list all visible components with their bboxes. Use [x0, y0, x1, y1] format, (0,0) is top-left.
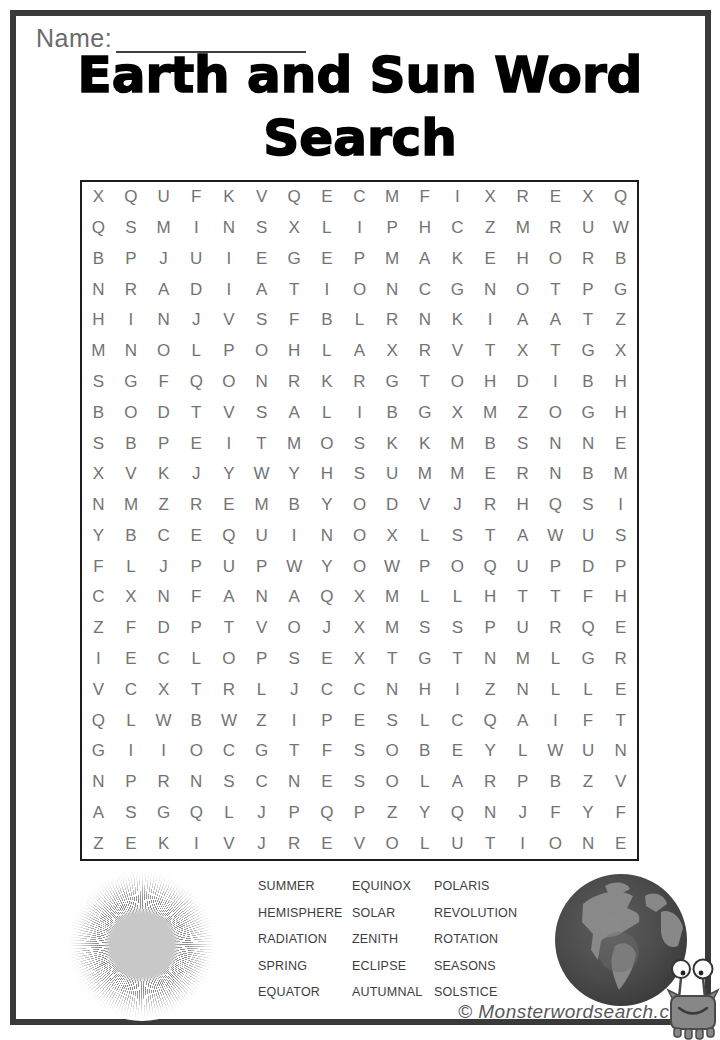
grid-cell[interactable]: E	[115, 828, 148, 859]
grid-cell[interactable]: U	[572, 213, 605, 244]
grid-cell[interactable]: Q	[474, 551, 507, 582]
grid-cell[interactable]: S	[604, 521, 637, 552]
grid-cell[interactable]: I	[539, 705, 572, 736]
grid-cell[interactable]: L	[343, 305, 376, 336]
grid-cell[interactable]: I	[311, 274, 344, 305]
grid-cell[interactable]: N	[82, 767, 115, 798]
grid-cell[interactable]: P	[115, 244, 148, 275]
grid-cell[interactable]: N	[474, 274, 507, 305]
grid-cell[interactable]: C	[311, 674, 344, 705]
grid-cell[interactable]: E	[115, 644, 148, 675]
grid-cell[interactable]: I	[213, 428, 246, 459]
grid-cell[interactable]: J	[245, 797, 278, 828]
grid-cell[interactable]: O	[147, 336, 180, 367]
grid-cell[interactable]: I	[441, 674, 474, 705]
grid-cell[interactable]: M	[278, 428, 311, 459]
grid-cell[interactable]: S	[82, 428, 115, 459]
grid-cell[interactable]: L	[213, 797, 246, 828]
grid-cell[interactable]: T	[278, 274, 311, 305]
grid-cell[interactable]: L	[408, 705, 441, 736]
grid-cell[interactable]: H	[408, 674, 441, 705]
grid-cell[interactable]: L	[408, 767, 441, 798]
grid-cell[interactable]: V	[408, 490, 441, 521]
grid-cell[interactable]: F	[572, 705, 605, 736]
grid-cell[interactable]: N	[376, 674, 409, 705]
grid-cell[interactable]: M	[474, 397, 507, 428]
grid-cell[interactable]: L	[115, 551, 148, 582]
grid-cell[interactable]: B	[572, 459, 605, 490]
grid-cell[interactable]: M	[376, 582, 409, 613]
grid-cell[interactable]: S	[572, 490, 605, 521]
grid-cell[interactable]: W	[147, 705, 180, 736]
grid-cell[interactable]: V	[604, 767, 637, 798]
grid-cell[interactable]: L	[311, 336, 344, 367]
grid-cell[interactable]: S	[245, 305, 278, 336]
grid-cell[interactable]: E	[474, 459, 507, 490]
grid-cell[interactable]: Y	[408, 797, 441, 828]
grid-cell[interactable]: N	[474, 644, 507, 675]
grid-cell[interactable]: M	[376, 244, 409, 275]
grid-cell[interactable]: W	[245, 459, 278, 490]
grid-cell[interactable]: F	[115, 613, 148, 644]
grid-cell[interactable]: Z	[147, 490, 180, 521]
grid-cell[interactable]: E	[604, 428, 637, 459]
grid-cell[interactable]: R	[539, 213, 572, 244]
grid-cell[interactable]: O	[343, 274, 376, 305]
grid-cell[interactable]: T	[539, 336, 572, 367]
grid-cell[interactable]: P	[180, 613, 213, 644]
grid-cell[interactable]: D	[506, 367, 539, 398]
grid-cell[interactable]: G	[441, 274, 474, 305]
grid-cell[interactable]: O	[441, 551, 474, 582]
grid-cell[interactable]: U	[572, 521, 605, 552]
grid-cell[interactable]: N	[408, 305, 441, 336]
grid-cell[interactable]: Q	[278, 182, 311, 213]
grid-cell[interactable]: C	[147, 644, 180, 675]
grid-cell[interactable]: C	[213, 736, 246, 767]
grid-cell[interactable]: M	[82, 336, 115, 367]
grid-cell[interactable]: D	[572, 551, 605, 582]
grid-cell[interactable]: B	[278, 490, 311, 521]
grid-cell[interactable]: S	[245, 213, 278, 244]
grid-cell[interactable]: U	[147, 182, 180, 213]
grid-cell[interactable]: I	[343, 397, 376, 428]
grid-cell[interactable]: N	[572, 428, 605, 459]
grid-cell[interactable]: O	[180, 736, 213, 767]
grid-cell[interactable]: P	[213, 336, 246, 367]
grid-cell[interactable]: H	[474, 582, 507, 613]
grid-cell[interactable]: N	[147, 305, 180, 336]
grid-cell[interactable]: L	[539, 644, 572, 675]
grid-cell[interactable]: G	[408, 397, 441, 428]
grid-cell[interactable]: M	[115, 490, 148, 521]
grid-cell[interactable]: R	[474, 490, 507, 521]
grid-cell[interactable]: O	[539, 244, 572, 275]
grid-cell[interactable]: R	[278, 828, 311, 859]
grid-cell[interactable]: E	[180, 428, 213, 459]
grid-cell[interactable]: Q	[115, 182, 148, 213]
grid-cell[interactable]: G	[82, 736, 115, 767]
grid-cell[interactable]: R	[343, 367, 376, 398]
grid-cell[interactable]: B	[572, 367, 605, 398]
grid-cell[interactable]: T	[474, 828, 507, 859]
grid-cell[interactable]: E	[245, 244, 278, 275]
grid-cell[interactable]: M	[408, 459, 441, 490]
grid-cell[interactable]: T	[474, 336, 507, 367]
grid-cell[interactable]: M	[441, 459, 474, 490]
grid-cell[interactable]: Q	[539, 490, 572, 521]
grid-cell[interactable]: K	[147, 459, 180, 490]
grid-cell[interactable]: W	[604, 213, 637, 244]
grid-cell[interactable]: O	[245, 336, 278, 367]
grid-cell[interactable]: L	[572, 674, 605, 705]
grid-cell[interactable]: Q	[213, 521, 246, 552]
grid-cell[interactable]: P	[245, 551, 278, 582]
grid-cell[interactable]: C	[408, 274, 441, 305]
grid-cell[interactable]: S	[376, 705, 409, 736]
grid-cell[interactable]: L	[180, 336, 213, 367]
grid-cell[interactable]: A	[506, 521, 539, 552]
grid-cell[interactable]: T	[604, 705, 637, 736]
grid-cell[interactable]: R	[572, 244, 605, 275]
grid-cell[interactable]: L	[539, 674, 572, 705]
grid-cell[interactable]: K	[376, 428, 409, 459]
grid-cell[interactable]: I	[213, 244, 246, 275]
grid-cell[interactable]: A	[408, 244, 441, 275]
grid-cell[interactable]: H	[506, 490, 539, 521]
grid-cell[interactable]: W	[539, 736, 572, 767]
grid-cell[interactable]: I	[474, 305, 507, 336]
grid-cell[interactable]: M	[147, 213, 180, 244]
grid-cell[interactable]: A	[82, 797, 115, 828]
grid-cell[interactable]: P	[343, 797, 376, 828]
grid-cell[interactable]: S	[278, 644, 311, 675]
grid-cell[interactable]: I	[82, 644, 115, 675]
grid-cell[interactable]: S	[408, 613, 441, 644]
grid-cell[interactable]: O	[376, 767, 409, 798]
grid-cell[interactable]: N	[147, 582, 180, 613]
grid-cell[interactable]: F	[311, 736, 344, 767]
grid-cell[interactable]: Y	[311, 551, 344, 582]
grid-cell[interactable]: P	[245, 644, 278, 675]
grid-cell[interactable]: A	[506, 305, 539, 336]
grid-cell[interactable]: A	[213, 582, 246, 613]
grid-cell[interactable]: B	[376, 397, 409, 428]
grid-cell[interactable]: G	[604, 274, 637, 305]
grid-cell[interactable]: R	[213, 674, 246, 705]
grid-cell[interactable]: M	[441, 428, 474, 459]
grid-cell[interactable]: O	[376, 736, 409, 767]
grid-cell[interactable]: Z	[82, 828, 115, 859]
grid-cell[interactable]: E	[441, 736, 474, 767]
grid-cell[interactable]: O	[213, 367, 246, 398]
grid-cell[interactable]: O	[343, 521, 376, 552]
grid-cell[interactable]: K	[441, 305, 474, 336]
grid-cell[interactable]: N	[376, 274, 409, 305]
grid-cell[interactable]: S	[115, 797, 148, 828]
grid-cell[interactable]: R	[147, 767, 180, 798]
grid-cell[interactable]: I	[539, 367, 572, 398]
grid-cell[interactable]: H	[278, 336, 311, 367]
grid-cell[interactable]: T	[213, 613, 246, 644]
grid-cell[interactable]: I	[278, 521, 311, 552]
grid-cell[interactable]: V	[213, 397, 246, 428]
grid-cell[interactable]: T	[474, 521, 507, 552]
grid-cell[interactable]: L	[408, 521, 441, 552]
grid-cell[interactable]: A	[506, 705, 539, 736]
grid-cell[interactable]: G	[115, 367, 148, 398]
grid-cell[interactable]: R	[408, 336, 441, 367]
grid-cell[interactable]: U	[213, 551, 246, 582]
grid-cell[interactable]: O	[539, 397, 572, 428]
grid-cell[interactable]: T	[376, 644, 409, 675]
grid-cell[interactable]: E	[213, 490, 246, 521]
grid-cell[interactable]: R	[539, 613, 572, 644]
grid-cell[interactable]: N	[82, 490, 115, 521]
grid-cell[interactable]: X	[278, 213, 311, 244]
grid-cell[interactable]: I	[343, 213, 376, 244]
grid-cell[interactable]: H	[408, 213, 441, 244]
grid-cell[interactable]: I	[441, 182, 474, 213]
grid-cell[interactable]: H	[604, 367, 637, 398]
grid-cell[interactable]: P	[572, 274, 605, 305]
grid-cell[interactable]: D	[147, 613, 180, 644]
grid-cell[interactable]: L	[311, 397, 344, 428]
grid-cell[interactable]: X	[604, 336, 637, 367]
grid-cell[interactable]: X	[343, 613, 376, 644]
grid-cell[interactable]: T	[572, 305, 605, 336]
grid-cell[interactable]: Y	[572, 797, 605, 828]
grid-cell[interactable]: V	[213, 828, 246, 859]
grid-cell[interactable]: L	[311, 213, 344, 244]
grid-cell[interactable]: T	[408, 367, 441, 398]
grid-cell[interactable]: N	[539, 459, 572, 490]
grid-cell[interactable]: Y	[278, 459, 311, 490]
grid-cell[interactable]: T	[278, 736, 311, 767]
grid-cell[interactable]: M	[506, 213, 539, 244]
grid-cell[interactable]: S	[506, 428, 539, 459]
grid-cell[interactable]: X	[82, 182, 115, 213]
grid-cell[interactable]: A	[441, 767, 474, 798]
grid-cell[interactable]: J	[147, 244, 180, 275]
grid-cell[interactable]: L	[506, 736, 539, 767]
grid-cell[interactable]: Q	[311, 797, 344, 828]
grid-cell[interactable]: N	[311, 521, 344, 552]
grid-cell[interactable]: T	[180, 397, 213, 428]
grid-cell[interactable]: Q	[82, 213, 115, 244]
grid-cell[interactable]: S	[343, 428, 376, 459]
grid-cell[interactable]: S	[343, 767, 376, 798]
grid-cell[interactable]: V	[115, 459, 148, 490]
grid-cell[interactable]: G	[572, 397, 605, 428]
grid-cell[interactable]: U	[245, 521, 278, 552]
grid-cell[interactable]: Z	[572, 767, 605, 798]
grid-cell[interactable]: S	[343, 736, 376, 767]
grid-cell[interactable]: I	[180, 828, 213, 859]
grid-cell[interactable]: U	[506, 613, 539, 644]
grid-cell[interactable]: P	[474, 613, 507, 644]
grid-cell[interactable]: M	[376, 182, 409, 213]
grid-cell[interactable]: J	[441, 490, 474, 521]
grid-cell[interactable]: H	[82, 305, 115, 336]
grid-cell[interactable]: U	[180, 244, 213, 275]
grid-cell[interactable]: X	[441, 397, 474, 428]
grid-cell[interactable]: M	[506, 644, 539, 675]
grid-cell[interactable]: X	[147, 674, 180, 705]
grid-cell[interactable]: X	[343, 582, 376, 613]
grid-cell[interactable]: G	[408, 644, 441, 675]
grid-cell[interactable]: E	[539, 182, 572, 213]
grid-cell[interactable]: F	[180, 182, 213, 213]
grid-cell[interactable]: E	[311, 244, 344, 275]
grid-cell[interactable]: Z	[474, 674, 507, 705]
grid-cell[interactable]: Y	[474, 736, 507, 767]
grid-cell[interactable]: O	[343, 490, 376, 521]
grid-cell[interactable]: J	[311, 613, 344, 644]
grid-cell[interactable]: H	[604, 582, 637, 613]
grid-cell[interactable]: J	[278, 674, 311, 705]
grid-cell[interactable]: R	[604, 644, 637, 675]
grid-cell[interactable]: X	[376, 336, 409, 367]
grid-cell[interactable]: R	[180, 490, 213, 521]
grid-cell[interactable]: H	[604, 397, 637, 428]
grid-cell[interactable]: B	[604, 244, 637, 275]
grid-cell[interactable]: M	[376, 613, 409, 644]
grid-cell[interactable]: K	[441, 244, 474, 275]
grid-cell[interactable]: F	[604, 797, 637, 828]
grid-cell[interactable]: O	[278, 613, 311, 644]
grid-cell[interactable]: S	[213, 767, 246, 798]
grid-cell[interactable]: D	[180, 274, 213, 305]
grid-cell[interactable]: B	[474, 428, 507, 459]
grid-cell[interactable]: V	[245, 613, 278, 644]
grid-cell[interactable]: K	[147, 828, 180, 859]
grid-cell[interactable]: B	[180, 705, 213, 736]
grid-cell[interactable]: P	[115, 767, 148, 798]
grid-cell[interactable]: B	[311, 305, 344, 336]
grid-cell[interactable]: M	[604, 459, 637, 490]
grid-cell[interactable]: L	[180, 644, 213, 675]
grid-cell[interactable]: L	[408, 582, 441, 613]
grid-cell[interactable]: P	[506, 767, 539, 798]
grid-cell[interactable]: Z	[604, 305, 637, 336]
grid-cell[interactable]: N	[278, 767, 311, 798]
grid-cell[interactable]: V	[441, 336, 474, 367]
grid-cell[interactable]: X	[115, 582, 148, 613]
grid-cell[interactable]: Q	[604, 182, 637, 213]
grid-cell[interactable]: Z	[474, 213, 507, 244]
grid-cell[interactable]: Z	[376, 797, 409, 828]
grid-cell[interactable]: C	[245, 767, 278, 798]
grid-cell[interactable]: I	[604, 490, 637, 521]
grid-cell[interactable]: W	[278, 551, 311, 582]
grid-cell[interactable]: N	[474, 797, 507, 828]
grid-cell[interactable]: E	[311, 644, 344, 675]
grid-cell[interactable]: P	[343, 244, 376, 275]
grid-cell[interactable]: A	[147, 274, 180, 305]
grid-cell[interactable]: U	[506, 551, 539, 582]
grid-cell[interactable]: C	[82, 582, 115, 613]
grid-cell[interactable]: P	[604, 551, 637, 582]
grid-cell[interactable]: B	[408, 736, 441, 767]
grid-cell[interactable]: N	[604, 736, 637, 767]
grid-cell[interactable]: I	[147, 736, 180, 767]
grid-cell[interactable]: S	[441, 521, 474, 552]
grid-cell[interactable]: V	[82, 674, 115, 705]
grid-cell[interactable]: B	[82, 244, 115, 275]
grid-cell[interactable]: Q	[441, 797, 474, 828]
grid-cell[interactable]: S	[115, 213, 148, 244]
grid-cell[interactable]: X	[506, 336, 539, 367]
grid-cell[interactable]: X	[474, 182, 507, 213]
grid-cell[interactable]: P	[147, 428, 180, 459]
grid-cell[interactable]: Q	[82, 705, 115, 736]
grid-cell[interactable]: A	[343, 336, 376, 367]
grid-cell[interactable]: I	[213, 274, 246, 305]
grid-cell[interactable]: A	[539, 305, 572, 336]
grid-cell[interactable]: Z	[82, 613, 115, 644]
grid-cell[interactable]: T	[245, 428, 278, 459]
grid-cell[interactable]: F	[572, 582, 605, 613]
grid-cell[interactable]: B	[115, 521, 148, 552]
grid-cell[interactable]: G	[572, 644, 605, 675]
grid-cell[interactable]: J	[147, 551, 180, 582]
grid-cell[interactable]: L	[441, 582, 474, 613]
grid-cell[interactable]: Q	[474, 705, 507, 736]
grid-cell[interactable]: O	[213, 644, 246, 675]
grid-cell[interactable]: U	[376, 459, 409, 490]
grid-cell[interactable]: S	[245, 397, 278, 428]
grid-cell[interactable]: T	[180, 674, 213, 705]
grid-cell[interactable]: I	[115, 305, 148, 336]
grid-cell[interactable]: F	[180, 582, 213, 613]
grid-cell[interactable]: K	[213, 182, 246, 213]
grid-cell[interactable]: G	[278, 244, 311, 275]
grid-cell[interactable]: F	[147, 367, 180, 398]
grid-cell[interactable]: O	[539, 828, 572, 859]
grid-cell[interactable]: N	[245, 367, 278, 398]
grid-cell[interactable]: I	[180, 213, 213, 244]
grid-cell[interactable]: J	[245, 828, 278, 859]
grid-cell[interactable]: X	[82, 459, 115, 490]
grid-cell[interactable]: R	[506, 182, 539, 213]
grid-cell[interactable]: R	[278, 367, 311, 398]
grid-cell[interactable]: T	[539, 582, 572, 613]
grid-cell[interactable]: C	[343, 674, 376, 705]
grid-cell[interactable]: R	[376, 305, 409, 336]
grid-cell[interactable]: G	[376, 367, 409, 398]
grid-cell[interactable]: C	[441, 213, 474, 244]
grid-cell[interactable]: X	[343, 644, 376, 675]
grid-cell[interactable]: S	[343, 459, 376, 490]
grid-cell[interactable]: Q	[311, 582, 344, 613]
grid-cell[interactable]: G	[245, 736, 278, 767]
grid-cell[interactable]: S	[82, 367, 115, 398]
grid-cell[interactable]: E	[311, 767, 344, 798]
grid-cell[interactable]: O	[441, 367, 474, 398]
grid-cell[interactable]: N	[539, 428, 572, 459]
grid-cell[interactable]: A	[245, 274, 278, 305]
grid-cell[interactable]: N	[245, 582, 278, 613]
grid-cell[interactable]: E	[180, 521, 213, 552]
grid-cell[interactable]: D	[376, 490, 409, 521]
grid-cell[interactable]: F	[278, 305, 311, 336]
grid-cell[interactable]: N	[82, 274, 115, 305]
grid-cell[interactable]: G	[147, 797, 180, 828]
grid-cell[interactable]: H	[474, 367, 507, 398]
grid-cell[interactable]: P	[376, 213, 409, 244]
grid-cell[interactable]: Y	[213, 459, 246, 490]
